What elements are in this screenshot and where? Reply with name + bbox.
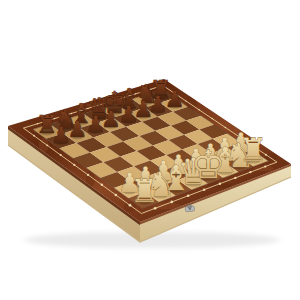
inlay-dot (101, 184, 104, 187)
inlay-dot (73, 164, 75, 166)
piece-black-pawn-b7: ♟ (67, 116, 87, 142)
inlay-dot (60, 154, 62, 156)
piece-white-rook-h1: ♜ (239, 132, 267, 168)
inlay-dot (211, 118, 212, 119)
inlay-dot (87, 174, 89, 176)
chess-set-product-photo: ♜♞♝♛♚♝♞♜♟♟♟♟♟♟♟♟♟♟♟♟♟♟♟♟♜♞♝♛♚♝♞♜ (0, 0, 300, 300)
chess-board-scene: ♜♞♝♛♚♝♞♜♟♟♟♟♟♟♟♟♟♟♟♟♟♟♟♟♜♞♝♛♚♝♞♜ (0, 0, 300, 300)
piece-black-pawn-h7: ♟ (165, 86, 185, 112)
inlay-dot (225, 127, 227, 129)
inlay-dot (198, 109, 199, 110)
clasp-hook (188, 205, 192, 209)
inlay-dot (46, 144, 48, 146)
inlay-dot (185, 100, 186, 101)
inlay-dot (33, 135, 35, 137)
